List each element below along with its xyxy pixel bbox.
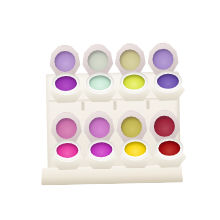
- tube-r1c1: [49, 73, 84, 104]
- liquid-surface: [158, 141, 180, 156]
- cap-color-window: [56, 118, 77, 139]
- tube-row-2: [50, 138, 182, 171]
- tube-row-1: [49, 71, 181, 104]
- tube-r2c3: [118, 138, 153, 169]
- photo-canvas: [0, 0, 220, 220]
- tube-r2c4: [152, 137, 187, 168]
- rack-notch-1: [81, 102, 84, 111]
- tube-r1c4: [151, 70, 186, 101]
- tube-r1c3: [117, 71, 152, 102]
- cap-color-window: [87, 50, 108, 71]
- tube-rack: [0, 0, 220, 220]
- rack-notch-3: [146, 100, 149, 109]
- liquid-surface: [124, 141, 146, 156]
- liquid-surface: [123, 74, 145, 89]
- liquid-surface: [157, 74, 179, 89]
- rack-notch-2: [113, 101, 116, 110]
- liquid-surface: [89, 75, 111, 90]
- tube-r2c1: [50, 140, 85, 171]
- cap-color-window: [88, 117, 109, 138]
- cap-color-window: [54, 51, 75, 72]
- liquid-surface: [55, 76, 77, 91]
- liquid-surface: [90, 142, 112, 157]
- liquid-surface: [56, 143, 78, 158]
- tube-r2c2: [84, 139, 119, 170]
- tube-r1c2: [83, 72, 118, 103]
